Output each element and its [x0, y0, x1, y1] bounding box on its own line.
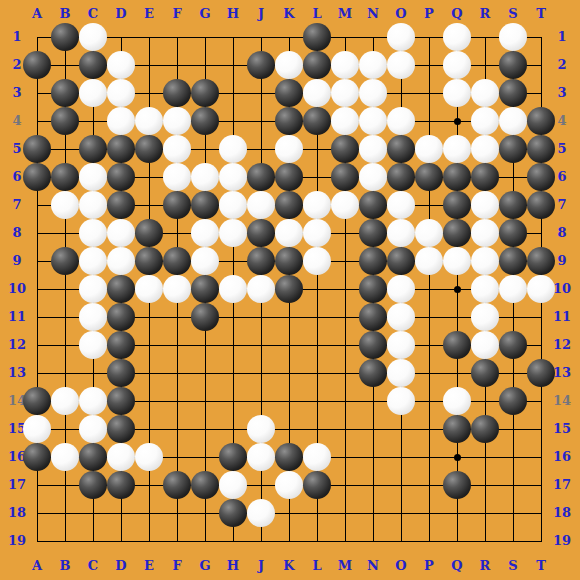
- stone-white: [23, 415, 51, 443]
- stone-white: [443, 247, 471, 275]
- stone-white: [191, 219, 219, 247]
- stone-white: [387, 219, 415, 247]
- stone-white: [471, 247, 499, 275]
- stone-black: [415, 163, 443, 191]
- row-label-right: 13: [553, 366, 571, 380]
- stone-black: [443, 331, 471, 359]
- stone-black: [443, 191, 471, 219]
- stone-white: [275, 51, 303, 79]
- row-label-right: 3: [557, 86, 566, 100]
- stone-white: [79, 415, 107, 443]
- stone-black: [443, 219, 471, 247]
- column-label-bottom: O: [395, 559, 406, 573]
- column-label-top: C: [88, 7, 98, 21]
- stone-black: [247, 247, 275, 275]
- column-label-top: A: [32, 7, 42, 21]
- stone-white: [219, 191, 247, 219]
- stone-white: [51, 387, 79, 415]
- row-label-left: 10: [8, 282, 26, 296]
- row-label-right: 2: [557, 58, 566, 72]
- stone-white: [303, 79, 331, 107]
- stone-white: [471, 219, 499, 247]
- stone-black: [275, 79, 303, 107]
- stone-white: [247, 499, 275, 527]
- column-label-bottom: M: [338, 559, 352, 573]
- row-label-left: 9: [12, 254, 21, 268]
- stone-black: [303, 471, 331, 499]
- column-label-bottom: G: [199, 559, 210, 573]
- row-label-left: 12: [8, 338, 26, 352]
- column-label-top: K: [283, 7, 294, 21]
- stone-black: [219, 499, 247, 527]
- column-label-bottom: A: [32, 559, 42, 573]
- row-label-left: 1: [12, 30, 21, 44]
- stone-white: [219, 135, 247, 163]
- stone-black: [23, 135, 51, 163]
- stone-black: [107, 191, 135, 219]
- column-label-bottom: K: [283, 559, 294, 573]
- stone-black: [191, 303, 219, 331]
- stone-black: [275, 163, 303, 191]
- stone-black: [527, 135, 555, 163]
- stone-white: [331, 191, 359, 219]
- stone-black: [23, 443, 51, 471]
- stone-black: [499, 191, 527, 219]
- stone-white: [163, 135, 191, 163]
- column-label-top: F: [172, 7, 181, 21]
- stone-black: [471, 359, 499, 387]
- stone-black: [275, 247, 303, 275]
- column-label-top: H: [227, 7, 239, 21]
- grid-line-vertical: [429, 37, 430, 542]
- stone-black: [443, 415, 471, 443]
- stone-white: [387, 275, 415, 303]
- column-label-bottom: P: [424, 559, 434, 573]
- stone-black: [23, 51, 51, 79]
- row-label-left: 7: [12, 198, 21, 212]
- stone-white: [163, 275, 191, 303]
- stone-white: [275, 471, 303, 499]
- stone-black: [499, 135, 527, 163]
- stone-white: [247, 191, 275, 219]
- stone-white: [387, 51, 415, 79]
- stone-black: [163, 471, 191, 499]
- stone-white: [443, 23, 471, 51]
- stone-black: [275, 443, 303, 471]
- column-label-bottom: L: [312, 559, 321, 573]
- stone-white: [471, 79, 499, 107]
- stone-white: [387, 23, 415, 51]
- stone-black: [443, 471, 471, 499]
- stone-white: [79, 79, 107, 107]
- stone-white: [79, 163, 107, 191]
- stone-white: [471, 107, 499, 135]
- stone-black: [303, 107, 331, 135]
- row-label-right: 6: [557, 170, 566, 184]
- stone-white: [219, 219, 247, 247]
- column-label-top: G: [199, 7, 210, 21]
- column-label-top: Q: [451, 7, 462, 21]
- stone-black: [107, 275, 135, 303]
- stone-white: [359, 51, 387, 79]
- column-label-top: O: [395, 7, 406, 21]
- stone-white: [51, 191, 79, 219]
- stone-white: [303, 247, 331, 275]
- stone-white: [471, 191, 499, 219]
- stone-black: [359, 359, 387, 387]
- row-label-right: 14: [553, 394, 571, 408]
- stone-black: [79, 51, 107, 79]
- stone-black: [359, 275, 387, 303]
- stone-black: [443, 163, 471, 191]
- stone-black: [359, 303, 387, 331]
- column-label-top: E: [144, 7, 154, 21]
- stone-white: [135, 275, 163, 303]
- stone-black: [191, 275, 219, 303]
- hoshi-point: [454, 286, 461, 293]
- stone-white: [107, 51, 135, 79]
- grid-line-horizontal: [37, 513, 542, 514]
- stone-black: [107, 359, 135, 387]
- stone-black: [499, 79, 527, 107]
- row-label-right: 1: [557, 30, 566, 44]
- stone-white: [471, 303, 499, 331]
- stone-black: [51, 107, 79, 135]
- stone-white: [247, 443, 275, 471]
- column-label-top: J: [258, 7, 264, 21]
- stone-black: [191, 191, 219, 219]
- stone-black: [79, 471, 107, 499]
- stone-white: [471, 331, 499, 359]
- row-label-left: 13: [8, 366, 26, 380]
- row-label-left: 2: [12, 58, 21, 72]
- stone-black: [359, 219, 387, 247]
- stone-black: [51, 163, 79, 191]
- stone-white: [79, 331, 107, 359]
- stone-white: [443, 387, 471, 415]
- stone-black: [51, 79, 79, 107]
- stone-white: [107, 79, 135, 107]
- column-label-bottom: J: [258, 559, 264, 573]
- column-label-top: M: [338, 7, 352, 21]
- stone-white: [247, 275, 275, 303]
- stone-black: [499, 387, 527, 415]
- stone-white: [303, 191, 331, 219]
- row-label-right: 18: [553, 506, 571, 520]
- column-label-top: N: [367, 7, 379, 21]
- stone-black: [107, 303, 135, 331]
- stone-white: [443, 51, 471, 79]
- column-label-top: S: [508, 7, 517, 21]
- stone-white: [387, 331, 415, 359]
- stone-white: [499, 107, 527, 135]
- stone-black: [471, 415, 499, 443]
- stone-black: [359, 191, 387, 219]
- column-label-top: B: [60, 7, 71, 21]
- stone-white: [499, 23, 527, 51]
- stone-black: [359, 331, 387, 359]
- stone-white: [331, 79, 359, 107]
- stone-black: [331, 163, 359, 191]
- column-label-top: T: [536, 7, 546, 21]
- column-label-top: D: [115, 7, 126, 21]
- row-label-right: 16: [553, 450, 571, 464]
- stone-white: [107, 219, 135, 247]
- stone-black: [191, 471, 219, 499]
- stone-white: [79, 303, 107, 331]
- stone-black: [303, 23, 331, 51]
- stone-black: [499, 219, 527, 247]
- stone-black: [163, 247, 191, 275]
- row-label-right: 15: [553, 422, 571, 436]
- stone-black: [387, 135, 415, 163]
- column-label-bottom: N: [367, 559, 379, 573]
- row-label-left: 18: [8, 506, 26, 520]
- stone-white: [415, 247, 443, 275]
- stone-white: [443, 135, 471, 163]
- stone-white: [499, 275, 527, 303]
- row-label-right: 17: [553, 478, 571, 492]
- stone-white: [387, 387, 415, 415]
- stone-black: [107, 387, 135, 415]
- row-label-left: 11: [8, 310, 26, 324]
- stone-black: [527, 107, 555, 135]
- stone-white: [219, 471, 247, 499]
- stone-white: [415, 135, 443, 163]
- column-label-bottom: R: [480, 559, 491, 573]
- stone-black: [499, 331, 527, 359]
- row-label-right: 4: [557, 114, 566, 128]
- stone-black: [247, 51, 275, 79]
- stone-white: [79, 23, 107, 51]
- row-label-right: 8: [557, 226, 566, 240]
- row-label-right: 10: [553, 282, 571, 296]
- stone-white: [387, 107, 415, 135]
- hoshi-point: [454, 118, 461, 125]
- stone-black: [135, 247, 163, 275]
- stone-white: [331, 51, 359, 79]
- stone-black: [275, 275, 303, 303]
- stone-black: [163, 79, 191, 107]
- column-label-bottom: Q: [451, 559, 462, 573]
- stone-white: [359, 107, 387, 135]
- stone-black: [247, 219, 275, 247]
- column-label-bottom: F: [172, 559, 181, 573]
- stone-black: [275, 107, 303, 135]
- column-label-top: R: [480, 7, 491, 21]
- stone-black: [499, 51, 527, 79]
- column-label-bottom: B: [60, 559, 71, 573]
- stone-white: [79, 191, 107, 219]
- row-label-left: 17: [8, 478, 26, 492]
- stone-white: [79, 275, 107, 303]
- grid-line-horizontal: [37, 541, 542, 542]
- stone-white: [331, 107, 359, 135]
- stone-black: [107, 471, 135, 499]
- stone-white: [275, 219, 303, 247]
- stone-white: [79, 387, 107, 415]
- stone-white: [51, 443, 79, 471]
- row-label-left: 4: [12, 114, 21, 128]
- stone-white: [191, 163, 219, 191]
- stone-white: [527, 275, 555, 303]
- stone-white: [163, 163, 191, 191]
- stone-black: [191, 79, 219, 107]
- stone-white: [219, 163, 247, 191]
- row-label-left: 3: [12, 86, 21, 100]
- stone-black: [387, 163, 415, 191]
- stone-black: [331, 135, 359, 163]
- row-label-right: 5: [557, 142, 566, 156]
- stone-white: [79, 247, 107, 275]
- column-label-bottom: H: [227, 559, 239, 573]
- stone-black: [527, 359, 555, 387]
- stone-black: [107, 415, 135, 443]
- stone-black: [275, 191, 303, 219]
- stone-black: [471, 163, 499, 191]
- row-label-left: 6: [12, 170, 21, 184]
- column-label-bottom: T: [536, 559, 546, 573]
- row-label-right: 12: [553, 338, 571, 352]
- stone-white: [359, 79, 387, 107]
- stone-black: [387, 247, 415, 275]
- column-label-bottom: D: [115, 559, 126, 573]
- stone-black: [135, 135, 163, 163]
- stone-black: [499, 247, 527, 275]
- stone-black: [359, 247, 387, 275]
- row-label-left: 5: [12, 142, 21, 156]
- stone-white: [471, 275, 499, 303]
- column-label-top: P: [424, 7, 434, 21]
- stone-black: [107, 163, 135, 191]
- stone-white: [471, 135, 499, 163]
- column-label-bottom: S: [508, 559, 517, 573]
- stone-white: [107, 247, 135, 275]
- stone-white: [415, 219, 443, 247]
- stone-white: [387, 191, 415, 219]
- stone-black: [23, 387, 51, 415]
- stone-white: [359, 135, 387, 163]
- stone-black: [527, 191, 555, 219]
- stone-black: [51, 247, 79, 275]
- row-label-right: 11: [553, 310, 571, 324]
- stone-white: [219, 275, 247, 303]
- hoshi-point: [454, 454, 461, 461]
- stone-black: [303, 51, 331, 79]
- stone-black: [527, 163, 555, 191]
- stone-white: [443, 79, 471, 107]
- stone-white: [275, 135, 303, 163]
- stone-black: [79, 135, 107, 163]
- stone-black: [527, 247, 555, 275]
- row-label-left: 8: [12, 226, 21, 240]
- stone-white: [163, 107, 191, 135]
- stone-white: [359, 163, 387, 191]
- stone-white: [135, 107, 163, 135]
- row-label-right: 19: [553, 534, 571, 548]
- stone-white: [387, 303, 415, 331]
- stone-black: [107, 135, 135, 163]
- stone-black: [107, 331, 135, 359]
- goban[interactable]: AABBCCDDEEFFGGHHJJKKLLMMNNOOPPQQRRSSTT11…: [0, 0, 580, 580]
- stone-black: [135, 219, 163, 247]
- stone-black: [219, 443, 247, 471]
- column-label-top: L: [312, 7, 321, 21]
- stone-white: [79, 219, 107, 247]
- stone-white: [247, 415, 275, 443]
- stone-black: [191, 107, 219, 135]
- stone-white: [107, 107, 135, 135]
- stone-white: [191, 247, 219, 275]
- stone-white: [303, 443, 331, 471]
- row-label-right: 9: [557, 254, 566, 268]
- row-label-left: 19: [8, 534, 26, 548]
- stone-black: [51, 23, 79, 51]
- stone-black: [247, 163, 275, 191]
- stone-black: [23, 163, 51, 191]
- stone-white: [135, 443, 163, 471]
- stone-black: [163, 191, 191, 219]
- stone-white: [107, 443, 135, 471]
- column-label-bottom: C: [88, 559, 98, 573]
- stone-white: [387, 359, 415, 387]
- stone-black: [79, 443, 107, 471]
- stone-white: [303, 219, 331, 247]
- row-label-right: 7: [557, 198, 566, 212]
- column-label-bottom: E: [144, 559, 154, 573]
